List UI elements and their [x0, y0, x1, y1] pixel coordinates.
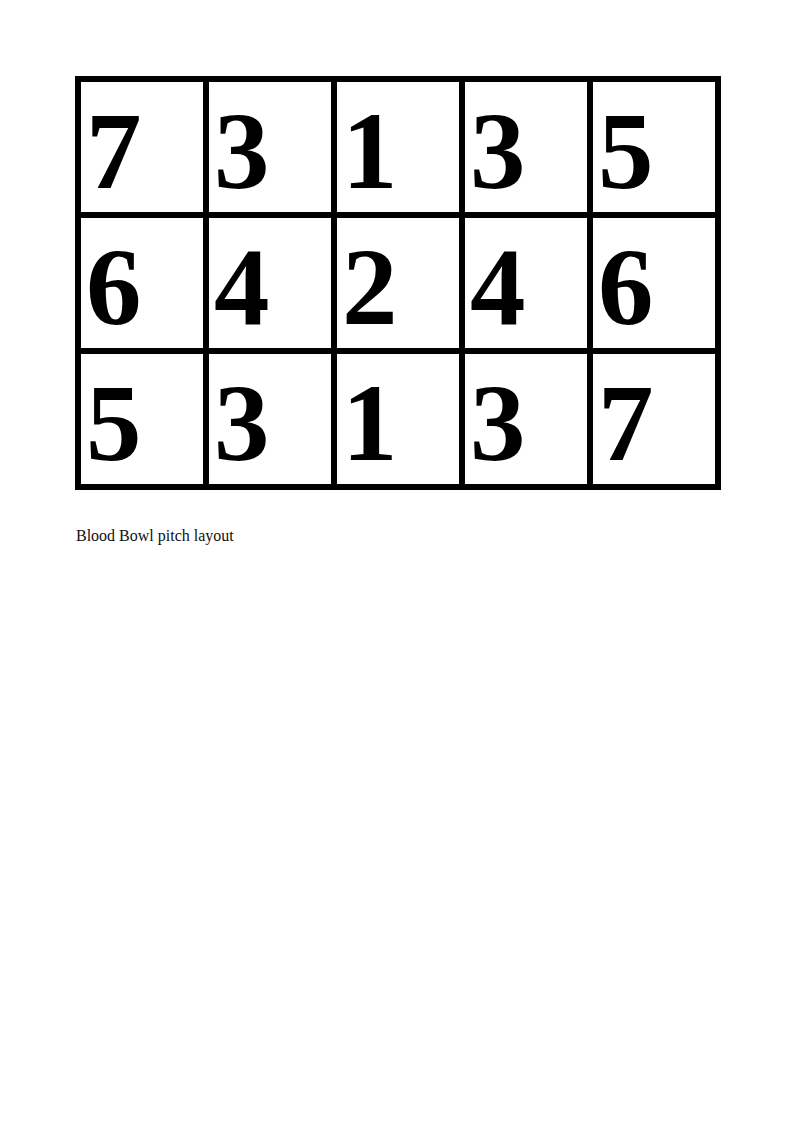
- cell-value: 6: [86, 231, 142, 342]
- grid-cell-r2c1: 3: [209, 354, 331, 484]
- grid-cell-r1c3: 4: [465, 218, 587, 348]
- cell-value: 3: [214, 367, 270, 478]
- cell-value: 3: [470, 95, 526, 206]
- cell-value: 5: [598, 95, 654, 206]
- grid-cell-r1c2: 2: [337, 218, 459, 348]
- cell-value: 1: [342, 95, 398, 206]
- grid-cell-r2c2: 1: [337, 354, 459, 484]
- grid-cell-r2c3: 3: [465, 354, 587, 484]
- cell-value: 6: [598, 231, 654, 342]
- cell-value: 3: [214, 95, 270, 206]
- page: { "game": "Blood Bowl pitch layout (5x5-…: [0, 0, 793, 1122]
- cell-value: 1: [342, 367, 398, 478]
- grid-cell-r0c2: 1: [337, 82, 459, 212]
- grid-cell-r0c3: 3: [465, 82, 587, 212]
- cell-value: 7: [598, 367, 654, 478]
- cell-value: 7: [86, 95, 142, 206]
- grid-cell-r2c4: 7: [593, 354, 715, 484]
- cell-value: 3: [470, 367, 526, 478]
- grid-cell-r0c1: 3: [209, 82, 331, 212]
- cell-value: 4: [214, 231, 270, 342]
- cell-value: 2: [342, 231, 398, 342]
- number-grid-board: 7 3 1 3 5 6 4 2 4 6 5 3 1 3 7: [75, 76, 721, 490]
- cell-value: 5: [86, 367, 142, 478]
- cell-value: 4: [470, 231, 526, 342]
- figure-caption: Blood Bowl pitch layout: [76, 527, 234, 545]
- grid-cell-r1c0: 6: [81, 218, 203, 348]
- grid-cell-r0c4: 5: [593, 82, 715, 212]
- grid-cell-r2c0: 5: [81, 354, 203, 484]
- grid-cell-r1c1: 4: [209, 218, 331, 348]
- grid-cell-r0c0: 7: [81, 82, 203, 212]
- grid-cell-r1c4: 6: [593, 218, 715, 348]
